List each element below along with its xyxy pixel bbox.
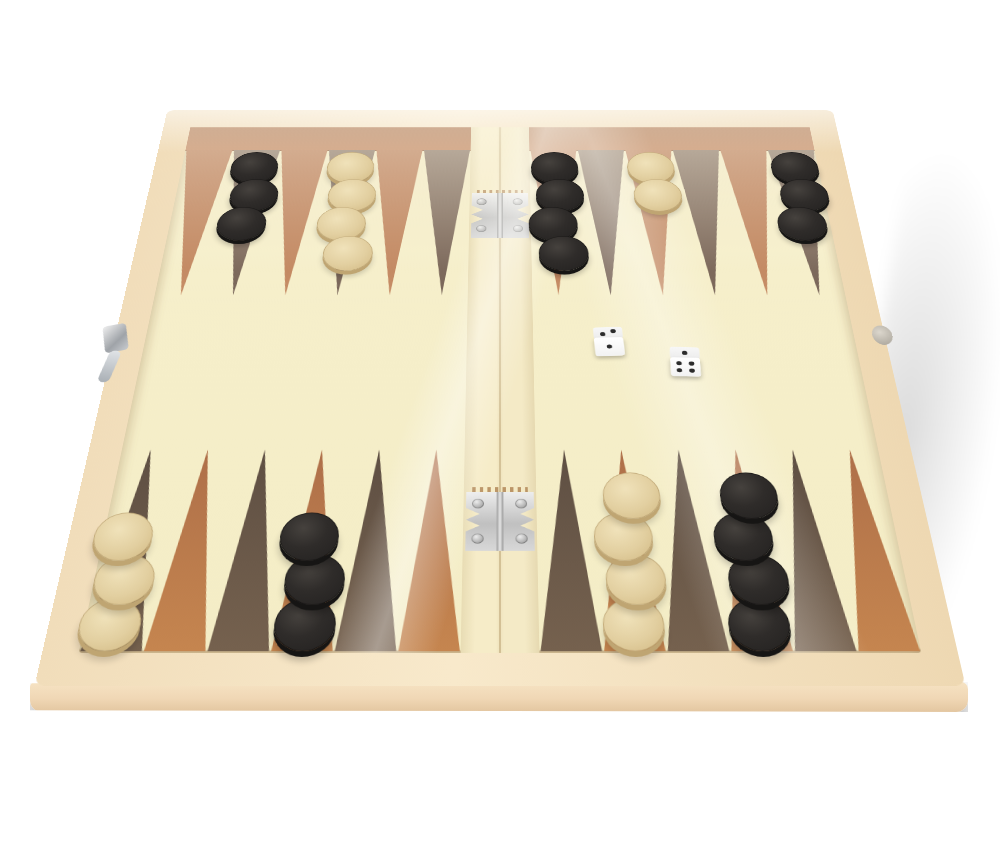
checker-black-point-19[interactable] — [535, 179, 584, 211]
hinge-icon — [471, 193, 529, 238]
hinge-pin — [497, 492, 504, 551]
die-pip — [682, 351, 688, 355]
die-pip — [689, 369, 695, 373]
screw-icon — [477, 198, 487, 205]
clasp-icon — [86, 324, 134, 385]
checker-black-point-19[interactable] — [538, 236, 589, 271]
screw-icon — [472, 534, 484, 544]
die-pip — [677, 368, 683, 372]
screw-icon — [476, 225, 486, 232]
screw-icon — [512, 198, 522, 205]
die-2[interactable] — [670, 347, 702, 377]
hinge-pin — [497, 193, 503, 238]
photo-background — [0, 0, 1000, 867]
wood-fibres — [477, 190, 523, 194]
die-2-front-face — [670, 357, 701, 377]
center-bar — [461, 127, 540, 652]
screw-icon — [513, 225, 523, 232]
board-front-edge — [30, 682, 968, 712]
die-pip — [607, 344, 613, 348]
backgammon-board — [35, 110, 966, 685]
screw-icon — [472, 499, 484, 509]
die-1-front-face — [594, 337, 625, 356]
die-pip — [676, 361, 682, 365]
screw-icon — [515, 499, 527, 509]
die-1[interactable] — [593, 327, 625, 356]
die-pip — [688, 361, 694, 365]
screw-icon — [515, 534, 527, 544]
die-pip — [600, 332, 606, 336]
wood-fibres — [472, 487, 528, 492]
die-pip — [610, 329, 616, 333]
checker-black-point-19[interactable] — [528, 207, 578, 241]
hinge-icon — [465, 492, 534, 551]
